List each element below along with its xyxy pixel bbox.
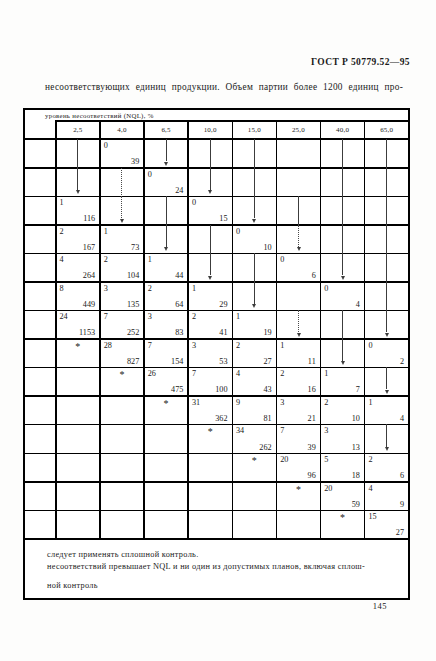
sampling-plan-table: уровень несоответствий (NQL), % 2,54,06,… <box>23 108 410 600</box>
acceptance-number: 4 <box>60 255 64 264</box>
plan-cell: 173 <box>101 226 144 253</box>
vertical-line <box>254 253 255 282</box>
sample-size: 104 <box>127 271 139 280</box>
line-cell <box>233 169 276 196</box>
asterisk-cell: * <box>189 425 232 452</box>
empty-cell <box>101 454 144 481</box>
sample-size: 43 <box>263 385 271 394</box>
column-header-row: 2,54,06,510,015,025,040,065,0 <box>25 122 408 140</box>
down-arrow-icon <box>386 310 387 332</box>
sample-size: 10 <box>263 243 271 252</box>
sample-size: 264 <box>83 271 95 280</box>
empty-cell <box>101 397 144 424</box>
column-header: 6,5 <box>145 122 188 138</box>
line-cell <box>321 311 364 338</box>
plan-cell: 313 <box>321 425 364 452</box>
sample-size: 19 <box>263 328 271 337</box>
acceptance-number: 2 <box>324 398 328 407</box>
acceptance-number: 8 <box>60 284 64 293</box>
plan-cell: 4264 <box>57 254 100 281</box>
vertical-line <box>77 139 78 168</box>
vertical-line <box>210 139 211 168</box>
sample-size: 73 <box>131 243 139 252</box>
down-arrow-icon <box>386 367 387 389</box>
empty-cell <box>25 169 55 196</box>
empty-cell <box>277 511 320 538</box>
acceptance-number: 0 <box>148 170 152 179</box>
plan-cell: 31362 <box>189 397 232 424</box>
column-header: 4,0 <box>101 122 144 138</box>
plan-cell: 443 <box>233 368 276 395</box>
plan-cell: 981 <box>233 397 276 424</box>
down-arrow-icon <box>77 168 78 190</box>
down-arrow-icon <box>298 225 299 247</box>
empty-cell <box>25 368 55 395</box>
arrow-cell <box>277 226 320 253</box>
down-arrow-icon <box>166 139 167 161</box>
plan-cell: 241 <box>189 311 232 338</box>
sample-size: 100 <box>215 385 227 394</box>
vertical-line <box>166 196 167 225</box>
empty-cell <box>57 454 100 481</box>
plan-cell: 26 <box>365 454 408 481</box>
footnote-line: ной контроль <box>47 580 402 592</box>
arrow-cell <box>365 368 408 395</box>
arrow-cell <box>233 283 276 310</box>
sample-size: 27 <box>396 528 404 537</box>
empty-cell <box>101 425 144 452</box>
vertical-line <box>121 168 122 197</box>
acceptance-number: 4 <box>236 369 240 378</box>
line-cell <box>365 197 408 224</box>
footnote-line: несоответствий превышает NQL и ни один и… <box>47 561 402 573</box>
sample-size: 7 <box>356 385 360 394</box>
acceptance-number: 2 <box>236 341 240 350</box>
acceptance-number: 1 <box>60 198 64 207</box>
line-cell <box>321 140 364 167</box>
empty-cell <box>233 511 276 538</box>
empty-cell <box>145 454 188 481</box>
acceptance-number: 3 <box>324 426 328 435</box>
asterisk-cell: * <box>57 340 100 367</box>
line-cell <box>189 140 232 167</box>
sample-size: 44 <box>175 271 183 280</box>
empty-cell <box>145 425 188 452</box>
sample-size: 167 <box>83 243 95 252</box>
acceptance-number: 2 <box>148 284 152 293</box>
acceptance-number: 3 <box>104 284 108 293</box>
empty-cell <box>25 197 55 224</box>
acceptance-number: 2 <box>104 255 108 264</box>
acceptance-number: 7 <box>280 426 284 435</box>
plan-cell: 14 <box>365 397 408 424</box>
plan-cell: 024 <box>145 169 188 196</box>
sample-size: 83 <box>175 328 183 337</box>
acceptance-number: 3 <box>148 312 152 321</box>
vertical-line <box>386 253 387 282</box>
acceptance-number: 20 <box>324 484 332 493</box>
acceptance-number: 1 <box>368 398 372 407</box>
acceptance-number: 0 <box>368 341 372 350</box>
line-cell <box>365 169 408 196</box>
plan-cell: 010 <box>233 226 276 253</box>
acceptance-number: 0 <box>192 198 196 207</box>
plan-cell: 2059 <box>321 483 364 510</box>
plan-cell: 04 <box>321 283 364 310</box>
column-header: 10,0 <box>189 122 232 138</box>
down-arrow-icon <box>121 196 122 218</box>
acceptance-number: 7 <box>148 341 152 350</box>
empty-cell <box>57 511 100 538</box>
sample-size: 252 <box>127 328 139 337</box>
empty-cell <box>189 483 232 510</box>
acceptance-number: 3 <box>280 398 284 407</box>
arrow-cell <box>321 340 364 367</box>
acceptance-number: 26 <box>148 369 156 378</box>
acceptance-number: 7 <box>104 312 108 321</box>
asterisk-cell: * <box>145 397 188 424</box>
acceptance-number: 28 <box>104 341 112 350</box>
acceptance-number: 34 <box>236 426 244 435</box>
vertical-line <box>342 168 343 197</box>
arrow-cell <box>233 197 276 224</box>
empty-cell <box>189 511 232 538</box>
plan-cell: 2096 <box>277 454 320 481</box>
plan-cell: 17 <box>321 368 364 395</box>
vertical-line <box>342 310 343 339</box>
standard-number-header: ГОСТ Р 50779.52—95 <box>311 57 410 67</box>
column-header: 40,0 <box>321 122 364 138</box>
sample-size: 4 <box>356 300 360 309</box>
vertical-line <box>342 196 343 225</box>
empty-cell <box>25 483 55 510</box>
down-arrow-icon <box>166 225 167 247</box>
empty-cell <box>101 511 144 538</box>
plan-cell: 8449 <box>57 283 100 310</box>
empty-cell <box>57 425 100 452</box>
plan-cell: 144 <box>145 254 188 281</box>
nql-header-label: уровень несоответствий (NQL), % <box>45 112 154 119</box>
acceptance-number: 4 <box>368 484 372 493</box>
acceptance-number: 31 <box>192 398 200 407</box>
arrow-cell <box>145 226 188 253</box>
plan-cell: 241153 <box>57 311 100 338</box>
arrow-cell <box>365 425 408 452</box>
plan-cell: 1116 <box>57 197 100 224</box>
plan-cell: 015 <box>189 197 232 224</box>
plan-cell: 518 <box>321 454 364 481</box>
plan-cell: 7252 <box>101 311 144 338</box>
sample-size: 41 <box>219 328 227 337</box>
empty-cell <box>25 511 55 538</box>
vertical-line <box>298 196 299 225</box>
empty-cell <box>25 454 55 481</box>
vertical-line <box>386 282 387 311</box>
line-cell <box>365 254 408 281</box>
sample-size: 29 <box>219 300 227 309</box>
plan-cell: 739 <box>277 425 320 452</box>
asterisk-cell: * <box>233 454 276 481</box>
vertical-line <box>386 168 387 197</box>
acceptance-number: 0 <box>104 141 108 150</box>
acceptance-number: 1 <box>324 369 328 378</box>
sample-size: 24 <box>175 186 183 195</box>
acceptance-number: 0 <box>236 227 240 236</box>
sample-size: 6 <box>312 271 316 280</box>
line-cell <box>321 226 364 253</box>
vertical-line <box>342 225 343 254</box>
plan-cell: 2104 <box>101 254 144 281</box>
acceptance-number: 1 <box>148 255 152 264</box>
sample-size: 362 <box>215 414 227 423</box>
acceptance-number: 1 <box>192 284 196 293</box>
corner-header-cell <box>25 122 55 138</box>
plan-cell: 2167 <box>57 226 100 253</box>
empty-cell <box>145 483 188 510</box>
sample-size: 59 <box>352 500 360 509</box>
column-header: 65,0 <box>365 122 408 138</box>
arrow-cell <box>189 169 232 196</box>
sample-size: 135 <box>127 300 139 309</box>
acceptance-number: 2 <box>280 369 284 378</box>
down-arrow-icon <box>298 310 299 332</box>
empty-cell <box>25 425 55 452</box>
line-cell <box>277 197 320 224</box>
arrow-cell <box>189 254 232 281</box>
sample-size: 96 <box>308 471 316 480</box>
line-cell <box>101 169 144 196</box>
sample-size: 39 <box>308 443 316 452</box>
acceptance-number: 1 <box>280 341 284 350</box>
plan-cell: 3135 <box>101 283 144 310</box>
plan-cell: 210 <box>321 397 364 424</box>
line-cell <box>145 197 188 224</box>
acceptance-number: 5 <box>324 455 328 464</box>
body-text-line: несоответствующих единиц продукции. Объе… <box>45 82 413 92</box>
empty-cell <box>233 483 276 510</box>
sample-size: 475 <box>171 385 183 394</box>
sample-size: 449 <box>83 300 95 309</box>
vertical-line <box>254 168 255 197</box>
header-divider-line <box>55 120 408 122</box>
sample-size: 1153 <box>79 328 95 337</box>
plan-cell: 264 <box>145 283 188 310</box>
plan-cell: 129 <box>189 283 232 310</box>
line-cell <box>57 140 100 167</box>
line-cell <box>365 140 408 167</box>
vertical-line <box>342 139 343 168</box>
sample-size: 81 <box>263 414 271 423</box>
asterisk-cell: * <box>321 511 364 538</box>
empty-cell <box>277 140 320 167</box>
line-cell <box>233 140 276 167</box>
arrow-cell <box>365 311 408 338</box>
scanned-document-page: { "page": { "doc_header": "ГОСТ Р 50779.… <box>0 0 436 661</box>
acceptance-number: 0 <box>324 284 328 293</box>
arrow-cell <box>321 254 364 281</box>
plan-cell: 49 <box>365 483 408 510</box>
vertical-line <box>254 139 255 168</box>
vertical-line <box>210 225 211 254</box>
plan-cell: 039 <box>101 140 144 167</box>
asterisk-cell: * <box>277 483 320 510</box>
asterisk-cell: * <box>101 368 144 395</box>
sample-size: 21 <box>308 414 316 423</box>
sample-size: 827 <box>127 357 139 366</box>
line-cell <box>321 197 364 224</box>
acceptance-number: 3 <box>192 341 196 350</box>
sample-size: 116 <box>83 214 95 223</box>
empty-cell <box>25 226 55 253</box>
arrow-cell <box>145 140 188 167</box>
empty-cell <box>25 254 55 281</box>
acceptance-number: 24 <box>60 312 68 321</box>
sample-size: 154 <box>171 357 183 366</box>
empty-cell <box>25 140 55 167</box>
acceptance-number: 1 <box>236 312 240 321</box>
empty-cell <box>145 511 188 538</box>
line-cell <box>321 169 364 196</box>
footnote-line: следует применять сплошной контроль. <box>47 549 402 561</box>
acceptance-number: 20 <box>280 455 288 464</box>
sample-size: 4 <box>400 414 404 423</box>
acceptance-number: 7 <box>192 369 196 378</box>
sample-size: 2 <box>400 357 404 366</box>
line-cell <box>189 226 232 253</box>
plan-cell: 7154 <box>145 340 188 367</box>
table-body-grid: 0390241116015216717301042642104144068449… <box>25 140 408 538</box>
sample-size: 64 <box>175 300 183 309</box>
sample-size: 9 <box>400 500 404 509</box>
plan-cell: 1527 <box>365 511 408 538</box>
acceptance-number: 1 <box>104 227 108 236</box>
acceptance-number: 2 <box>192 312 196 321</box>
empty-cell <box>277 283 320 310</box>
page-number: 145 <box>23 601 387 611</box>
empty-cell <box>57 368 100 395</box>
plan-cell: 321 <box>277 397 320 424</box>
sample-size: 11 <box>308 357 316 366</box>
arrow-cell <box>101 197 144 224</box>
plan-cell: 28827 <box>101 340 144 367</box>
column-header: 2,5 <box>57 122 100 138</box>
empty-cell <box>25 340 55 367</box>
empty-cell <box>189 454 232 481</box>
plan-cell: 7100 <box>189 368 232 395</box>
acceptance-number: 15 <box>368 512 376 521</box>
empty-cell <box>25 283 55 310</box>
sample-size: 10 <box>352 414 360 423</box>
table-footnote-area: следует применять сплошной контроль. нес… <box>25 538 408 598</box>
down-arrow-icon <box>210 168 211 190</box>
column-header: 25,0 <box>277 122 320 138</box>
plan-cell: 227 <box>233 340 276 367</box>
plan-cell: 353 <box>189 340 232 367</box>
down-arrow-icon <box>254 282 255 304</box>
plan-cell: 06 <box>277 254 320 281</box>
sample-size: 15 <box>219 214 227 223</box>
empty-cell <box>57 483 100 510</box>
acceptance-number: 0 <box>280 255 284 264</box>
acceptance-number: 2 <box>60 227 64 236</box>
acceptance-number: 2 <box>368 455 372 464</box>
line-cell <box>365 283 408 310</box>
plan-cell: 02 <box>365 340 408 367</box>
empty-cell <box>277 169 320 196</box>
down-arrow-icon <box>342 339 343 361</box>
nql-header-row: уровень несоответствий (NQL), % <box>25 110 408 122</box>
plan-cell: 119 <box>233 311 276 338</box>
down-arrow-icon <box>342 253 343 275</box>
plan-cell: 216 <box>277 368 320 395</box>
column-header: 15,0 <box>233 122 276 138</box>
down-arrow-icon <box>210 253 211 275</box>
empty-cell <box>57 397 100 424</box>
arrow-cell <box>57 169 100 196</box>
down-arrow-icon <box>386 424 387 446</box>
sample-size: 39 <box>131 157 139 166</box>
empty-cell <box>101 483 144 510</box>
vertical-line <box>386 139 387 168</box>
sample-size: 27 <box>263 357 271 366</box>
line-cell <box>233 254 276 281</box>
vertical-line <box>386 196 387 225</box>
empty-cell <box>25 397 55 424</box>
sample-size: 53 <box>219 357 227 366</box>
empty-cell <box>25 311 55 338</box>
sample-size: 18 <box>352 471 360 480</box>
sample-size: 13 <box>352 443 360 452</box>
vertical-line <box>386 225 387 254</box>
plan-cell: 34262 <box>233 425 276 452</box>
down-arrow-icon <box>254 196 255 218</box>
sample-size: 6 <box>400 471 404 480</box>
line-cell <box>365 226 408 253</box>
plan-cell: 383 <box>145 311 188 338</box>
sample-size: 16 <box>308 385 316 394</box>
sample-size: 262 <box>259 443 271 452</box>
acceptance-number: 9 <box>236 398 240 407</box>
plan-cell: 111 <box>277 340 320 367</box>
plan-cell: 26475 <box>145 368 188 395</box>
arrow-cell <box>277 311 320 338</box>
